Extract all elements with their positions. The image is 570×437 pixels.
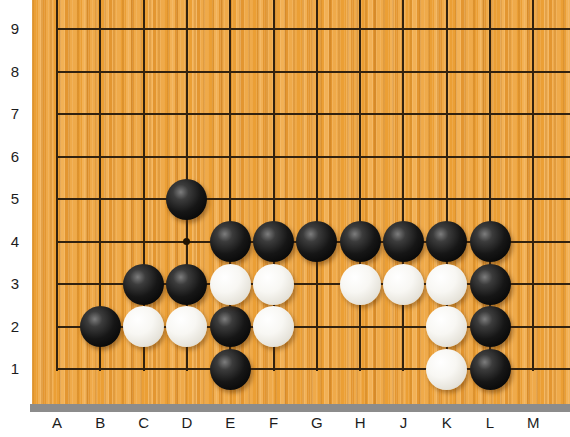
column-label-F: F — [259, 414, 289, 432]
stone-black-C3[interactable] — [123, 264, 164, 305]
grid-row-line-5 — [56, 198, 570, 200]
column-label-E: E — [215, 414, 245, 432]
column-label-B: B — [85, 414, 115, 432]
stone-black-K4[interactable] — [426, 221, 467, 262]
stone-white-F3[interactable] — [253, 264, 294, 305]
column-label-L: L — [475, 414, 505, 432]
row-label-9: 9 — [0, 20, 30, 38]
stone-black-L2[interactable] — [470, 306, 511, 347]
row-label-3: 3 — [0, 275, 30, 293]
stone-black-L3[interactable] — [470, 264, 511, 305]
column-label-K: K — [432, 414, 462, 432]
grid-column-line-M — [532, 0, 534, 371]
grid-column-line-H — [359, 0, 361, 371]
row-label-6: 6 — [0, 148, 30, 166]
column-label-H: H — [345, 414, 375, 432]
stone-black-J4[interactable] — [383, 221, 424, 262]
grid-row-line-9 — [56, 28, 570, 30]
stone-white-C2[interactable] — [123, 306, 164, 347]
stone-white-K3[interactable] — [426, 264, 467, 305]
stone-black-F4[interactable] — [253, 221, 294, 262]
board-shadow-bar — [30, 404, 570, 412]
stone-black-H4[interactable] — [340, 221, 381, 262]
row-label-7: 7 — [0, 105, 30, 123]
column-label-J: J — [388, 414, 418, 432]
stone-black-E2[interactable] — [210, 306, 251, 347]
row-label-5: 5 — [0, 190, 30, 208]
grid-row-line-7 — [56, 113, 570, 115]
column-label-C: C — [129, 414, 159, 432]
stone-black-D3[interactable] — [166, 264, 207, 305]
grid-column-line-G — [316, 0, 318, 371]
stone-white-J3[interactable] — [383, 264, 424, 305]
stone-black-E4[interactable] — [210, 221, 251, 262]
row-label-4: 4 — [0, 233, 30, 251]
grid-row-line-6 — [56, 156, 570, 158]
stone-black-E1[interactable] — [210, 349, 251, 390]
stone-black-D5[interactable] — [166, 179, 207, 220]
grid-column-line-A — [56, 0, 58, 371]
column-label-A: A — [42, 414, 72, 432]
stone-white-H3[interactable] — [340, 264, 381, 305]
stone-white-F2[interactable] — [253, 306, 294, 347]
column-label-M: M — [518, 414, 548, 432]
stone-black-G4[interactable] — [296, 221, 337, 262]
go-board-screenshot: 987654321 ABCDEFGHJKLM — [0, 0, 570, 437]
column-label-G: G — [302, 414, 332, 432]
row-label-2: 2 — [0, 318, 30, 336]
grid-row-line-8 — [56, 71, 570, 73]
stone-black-L1[interactable] — [470, 349, 511, 390]
column-label-D: D — [172, 414, 202, 432]
row-label-8: 8 — [0, 63, 30, 81]
grid-column-line-J — [402, 0, 404, 371]
stone-white-E3[interactable] — [210, 264, 251, 305]
stone-white-K2[interactable] — [426, 306, 467, 347]
stone-black-B2[interactable] — [80, 306, 121, 347]
row-label-1: 1 — [0, 360, 30, 378]
stone-white-K1[interactable] — [426, 349, 467, 390]
stone-black-L4[interactable] — [470, 221, 511, 262]
